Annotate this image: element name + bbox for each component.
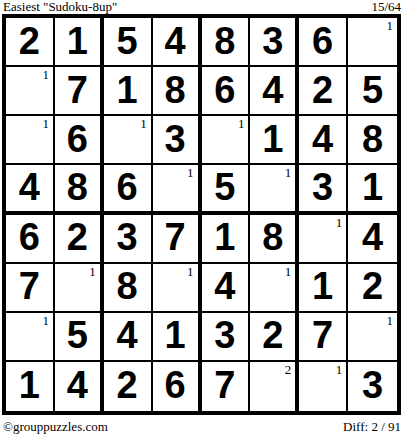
given-digit: 8 [262, 218, 283, 258]
pencil-mark: 1 [42, 68, 49, 82]
cell-r6c1[interactable]: 7 [6, 264, 55, 313]
cell-r4c8[interactable]: 1 [348, 165, 397, 214]
pencil-mark: 1 [387, 19, 394, 33]
cell-r4c4[interactable]: 1 [153, 165, 202, 214]
given-digit: 8 [214, 22, 235, 62]
given-digit: 3 [117, 218, 138, 258]
cell-r7c1[interactable]: 1 [6, 313, 55, 362]
given-digit: 1 [214, 218, 235, 258]
given-digit: 7 [312, 316, 333, 356]
cell-r6c3[interactable]: 8 [104, 264, 153, 313]
cell-r6c7[interactable]: 1 [299, 264, 348, 313]
pencil-mark: 1 [89, 265, 96, 279]
given-digit: 2 [362, 267, 383, 307]
given-digit: 1 [262, 120, 283, 160]
pencil-mark: 1 [42, 117, 49, 131]
given-digit: 6 [117, 168, 138, 208]
cell-r4c2[interactable]: 8 [55, 165, 104, 214]
given-digit: 4 [19, 168, 40, 208]
cell-r6c8[interactable]: 2 [348, 264, 397, 313]
page-header: Easiest "Sudoku-8up" 15/64 [0, 0, 403, 14]
pencil-mark: 1 [187, 265, 194, 279]
given-digit: 4 [214, 267, 235, 307]
given-digit: 2 [262, 316, 283, 356]
given-digit: 4 [67, 366, 88, 406]
cell-r5c8[interactable]: 4 [348, 215, 397, 264]
given-digit: 5 [214, 168, 235, 208]
given-digit: 6 [214, 71, 235, 111]
cell-r2c6[interactable]: 4 [250, 67, 299, 116]
cell-r8c6[interactable]: 2 [250, 362, 299, 411]
cell-r5c3[interactable]: 3 [104, 215, 153, 264]
given-digit: 3 [164, 120, 185, 160]
cell-r1c8[interactable]: 1 [348, 18, 397, 67]
cell-r5c7[interactable]: 1 [299, 215, 348, 264]
cell-r5c6[interactable]: 8 [250, 215, 299, 264]
cell-r8c4[interactable]: 6 [153, 362, 202, 411]
given-digit: 4 [117, 316, 138, 356]
pencil-mark: 1 [336, 363, 343, 377]
cell-r1c2[interactable]: 1 [55, 18, 104, 67]
given-digit: 1 [362, 168, 383, 208]
difficulty: Diff: 2 / 91 [343, 420, 401, 434]
given-digit: 6 [67, 120, 88, 160]
cell-r5c4[interactable]: 7 [153, 215, 202, 264]
cell-r3c7[interactable]: 4 [299, 116, 348, 165]
given-digit: 8 [67, 168, 88, 208]
cell-r4c3[interactable]: 6 [104, 165, 153, 214]
cell-r1c1[interactable]: 2 [6, 18, 55, 67]
cell-r2c1[interactable]: 1 [6, 67, 55, 116]
pencil-mark: 1 [336, 216, 343, 230]
cell-r7c6[interactable]: 2 [250, 313, 299, 362]
cell-r7c3[interactable]: 4 [104, 313, 153, 362]
cell-r1c4[interactable]: 4 [153, 18, 202, 67]
cell-r3c1[interactable]: 1 [6, 116, 55, 165]
pencil-mark: 1 [387, 314, 394, 328]
cell-r2c2[interactable]: 7 [55, 67, 104, 116]
pencil-mark: 1 [238, 117, 245, 131]
given-digit: 4 [262, 71, 283, 111]
cell-r6c4[interactable]: 1 [153, 264, 202, 313]
given-digit: 8 [117, 267, 138, 307]
cell-r7c7[interactable]: 7 [299, 313, 348, 362]
given-digit: 2 [312, 71, 333, 111]
cell-r2c4[interactable]: 8 [153, 67, 202, 116]
given-digit: 5 [362, 71, 383, 111]
pencil-mark: 1 [285, 166, 292, 180]
cell-r8c3[interactable]: 2 [104, 362, 153, 411]
pencil-mark: 1 [140, 117, 147, 131]
cell-r3c4[interactable]: 3 [153, 116, 202, 165]
given-digit: 3 [312, 168, 333, 208]
cell-r5c2[interactable]: 2 [55, 215, 104, 264]
given-digit: 6 [164, 366, 185, 406]
cell-r8c7[interactable]: 1 [299, 362, 348, 411]
cell-r7c4[interactable]: 1 [153, 313, 202, 362]
given-digit: 3 [362, 366, 383, 406]
given-digit: 7 [164, 218, 185, 258]
cell-r6c2[interactable]: 1 [55, 264, 104, 313]
cell-r7c5[interactable]: 3 [202, 313, 251, 362]
cell-r3c8[interactable]: 8 [348, 116, 397, 165]
cell-r8c1[interactable]: 1 [6, 362, 55, 411]
cell-r2c5[interactable]: 6 [202, 67, 251, 116]
given-digit: 5 [67, 316, 88, 356]
given-digit: 1 [67, 22, 88, 62]
given-digit: 1 [117, 71, 138, 111]
cell-r2c8[interactable]: 5 [348, 67, 397, 116]
cell-r4c1[interactable]: 4 [6, 165, 55, 214]
cell-r4c7[interactable]: 3 [299, 165, 348, 214]
given-digit: 3 [214, 316, 235, 356]
cell-r3c5[interactable]: 1 [202, 116, 251, 165]
cell-r8c5[interactable]: 7 [202, 362, 251, 411]
given-digit: 1 [312, 267, 333, 307]
given-digit: 2 [67, 218, 88, 258]
page-title: Easiest "Sudoku-8up" [3, 0, 117, 14]
given-digit: 4 [164, 22, 185, 62]
page-footer: ©grouppuzzles.com Diff: 2 / 91 [0, 415, 403, 434]
cell-r7c8[interactable]: 1 [348, 313, 397, 362]
given-digit: 8 [362, 120, 383, 160]
given-digit: 4 [312, 120, 333, 160]
cell-r4c6[interactable]: 1 [250, 165, 299, 214]
given-digit: 1 [164, 316, 185, 356]
cell-r6c5[interactable]: 4 [202, 264, 251, 313]
cell-r2c7[interactable]: 2 [299, 67, 348, 116]
pencil-mark: 1 [187, 166, 194, 180]
given-digit: 5 [117, 22, 138, 62]
cell-r4c5[interactable]: 5 [202, 165, 251, 214]
given-digit: 1 [19, 366, 40, 406]
cell-r5c1[interactable]: 6 [6, 215, 55, 264]
pencil-mark: 1 [285, 265, 292, 279]
given-digit: 7 [19, 267, 40, 307]
cell-r1c6[interactable]: 3 [250, 18, 299, 67]
given-digit: 3 [262, 22, 283, 62]
cell-r8c8[interactable]: 3 [348, 362, 397, 411]
cell-r3c3[interactable]: 1 [104, 116, 153, 165]
copyright: ©grouppuzzles.com [3, 420, 108, 434]
pencil-mark: 2 [285, 363, 292, 377]
given-digit: 7 [214, 366, 235, 406]
cell-r3c6[interactable]: 1 [250, 116, 299, 165]
cell-r2c3[interactable]: 1 [104, 67, 153, 116]
given-digit: 7 [67, 71, 88, 111]
cell-r5c5[interactable]: 1 [202, 215, 251, 264]
given-digit: 2 [19, 22, 40, 62]
cell-r1c3[interactable]: 5 [104, 18, 153, 67]
pencil-mark: 1 [42, 314, 49, 328]
cell-r1c5[interactable]: 8 [202, 18, 251, 67]
cell-r6c6[interactable]: 1 [250, 264, 299, 313]
given-digit: 6 [19, 218, 40, 258]
given-digit: 4 [362, 218, 383, 258]
page-number: 15/64 [371, 0, 401, 14]
cell-r7c2[interactable]: 5 [55, 313, 104, 362]
given-digit: 8 [164, 71, 185, 111]
given-digit: 2 [117, 366, 138, 406]
given-digit: 6 [312, 22, 333, 62]
cell-r1c7[interactable]: 6 [299, 18, 348, 67]
sudoku-board: 2154836117186425161311484861513162371814… [2, 14, 401, 415]
cell-r3c2[interactable]: 6 [55, 116, 104, 165]
cell-r8c2[interactable]: 4 [55, 362, 104, 411]
